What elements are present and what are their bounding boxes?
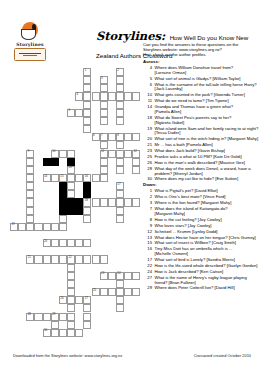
clue-text: Where does William Donohue travel from? … bbox=[155, 66, 260, 75]
black-cell bbox=[75, 207, 83, 215]
grid-clue-number: 25 bbox=[93, 289, 96, 292]
grid-cell[interactable] bbox=[83, 92, 91, 100]
footer-download-note: Downloaded from the Storylines website: … bbox=[13, 353, 122, 358]
grid-clue-number: 8 bbox=[117, 134, 119, 137]
grid-cell[interactable] bbox=[67, 280, 75, 288]
clue-author: [Gavin Bishop] bbox=[197, 148, 225, 153]
clue-number: 9 bbox=[143, 224, 155, 229]
grid-clue-number: 4 bbox=[77, 93, 79, 96]
grid-clue-number: 2 bbox=[117, 69, 119, 72]
grid-cell[interactable] bbox=[26, 190, 34, 198]
grid-clue-number: 16 bbox=[85, 175, 88, 178]
grid-cell[interactable] bbox=[67, 239, 75, 247]
grid-clue-number: 5 bbox=[68, 109, 70, 112]
grid-clue-number: 7 bbox=[101, 134, 103, 137]
grid-cell[interactable] bbox=[116, 150, 124, 158]
grid-cell[interactable] bbox=[59, 313, 67, 321]
grid-cell[interactable] bbox=[75, 239, 83, 247]
grid-cell[interactable] bbox=[116, 207, 124, 215]
clue-text: Tiny Miss Dott has an umbrella which is … bbox=[155, 247, 260, 256]
grid-cell[interactable] bbox=[83, 101, 91, 109]
clue-author: [Kate De Goldi] bbox=[212, 154, 242, 159]
grid-cell[interactable]: 20 bbox=[43, 239, 51, 247]
grid-cell[interactable]: 24 bbox=[116, 272, 124, 280]
grid-cell[interactable] bbox=[124, 288, 132, 296]
grid-cell[interactable] bbox=[59, 255, 67, 263]
grid-clue-number: 21 bbox=[28, 256, 31, 259]
grid-cell[interactable] bbox=[75, 109, 83, 117]
clue-number: 7 bbox=[143, 207, 155, 216]
grid-cell[interactable] bbox=[67, 313, 75, 321]
grid-cell[interactable] bbox=[59, 215, 67, 223]
grid-cell[interactable] bbox=[59, 239, 67, 247]
grid-cell[interactable] bbox=[100, 101, 108, 109]
grid-cell[interactable]: 11 bbox=[100, 150, 108, 158]
black-cell bbox=[67, 207, 75, 215]
black-cell bbox=[59, 190, 67, 198]
logo-caption-line bbox=[19, 53, 41, 54]
grid-cell[interactable] bbox=[92, 255, 100, 263]
logo-caption-box bbox=[14, 48, 46, 61]
grid-clue-number: 23 bbox=[101, 272, 104, 275]
clue-text: What is the name of Henry's rugby league… bbox=[155, 276, 260, 285]
grid-cell[interactable] bbox=[108, 288, 116, 296]
clue-author: [Craig Smith] bbox=[211, 240, 236, 245]
across-clue: 28What day of the week does Denzil, a wi… bbox=[143, 167, 259, 176]
grid-cell[interactable]: 7 bbox=[100, 133, 108, 141]
grid-cell[interactable] bbox=[26, 198, 34, 206]
clue-number: 14 bbox=[143, 105, 155, 114]
black-cell bbox=[51, 158, 59, 166]
black-cell bbox=[67, 198, 75, 206]
grid-cell[interactable] bbox=[34, 313, 42, 321]
grid-cell[interactable]: 9 bbox=[26, 150, 34, 158]
grid-cell[interactable] bbox=[51, 255, 59, 263]
grid-cell[interactable] bbox=[92, 92, 100, 100]
clue-number: 2 bbox=[143, 195, 155, 200]
grid-cell[interactable] bbox=[116, 92, 124, 100]
grid-cell[interactable] bbox=[83, 117, 91, 125]
grid-cell[interactable] bbox=[83, 84, 91, 92]
clue-author: [David Elliot] bbox=[193, 188, 217, 193]
grid-cell[interactable] bbox=[67, 329, 75, 337]
grid-cell[interactable] bbox=[116, 101, 124, 109]
clue-author: [Sandra Morris] bbox=[205, 257, 235, 262]
grid-cell[interactable] bbox=[116, 141, 124, 149]
clue-number: 12 bbox=[143, 230, 155, 235]
grid-cell[interactable] bbox=[83, 255, 91, 263]
grid-cell[interactable] bbox=[59, 223, 67, 231]
grid-cell[interactable] bbox=[26, 215, 34, 223]
black-cell bbox=[59, 207, 67, 215]
grid-cell[interactable] bbox=[83, 76, 91, 84]
clue-text: What island were Sam and her family raci… bbox=[155, 127, 260, 136]
clue-author: [Lynley Dodd] bbox=[191, 229, 218, 234]
grid-cell[interactable] bbox=[75, 329, 83, 337]
grid-cell[interactable] bbox=[100, 117, 108, 125]
clue-text: What does the island of Kaitangata do? [… bbox=[155, 207, 260, 216]
down-clue: 16Tiny Miss Dott has an umbrella which i… bbox=[143, 247, 259, 256]
clue-text: Where does Peter Cotterill live? [David … bbox=[155, 286, 260, 291]
grid-cell[interactable] bbox=[75, 255, 83, 263]
clue-author: [Joy Cowley] bbox=[197, 217, 222, 222]
grid-cell[interactable] bbox=[100, 84, 108, 92]
clue-author: [Margaret Mahy] bbox=[200, 200, 232, 205]
black-cell bbox=[59, 198, 67, 206]
grid-clue-number: 1 bbox=[85, 69, 87, 72]
grid-cell[interactable] bbox=[26, 207, 34, 215]
clue-text: What is the surname of the tall-tale tel… bbox=[155, 83, 260, 92]
grid-cell[interactable] bbox=[100, 109, 108, 117]
grid-clue-number: 10 bbox=[52, 150, 55, 153]
grid-cell[interactable] bbox=[92, 198, 100, 206]
grid-cell[interactable] bbox=[116, 158, 124, 166]
down-clue-list: 1What is Pigtail's pet? [David Elliot]2W… bbox=[143, 189, 259, 291]
grid-cell[interactable]: 28 bbox=[26, 313, 34, 321]
grid-cell[interactable]: 18 bbox=[83, 198, 91, 206]
grid-cell[interactable] bbox=[100, 92, 108, 100]
grid-cell[interactable] bbox=[132, 288, 140, 296]
black-cell bbox=[59, 182, 67, 190]
grid-clue-number: 19 bbox=[11, 223, 14, 226]
grid-cell[interactable] bbox=[75, 296, 83, 304]
grid-cell[interactable] bbox=[26, 223, 34, 231]
grid-cell[interactable] bbox=[67, 288, 75, 296]
crossword-page: Storylines Storylines: How Well Do you K… bbox=[0, 0, 264, 373]
clue-text: What day of the week does Denzil, a wiza… bbox=[155, 167, 260, 176]
clue-author: [Maurice Gee] bbox=[217, 160, 244, 165]
grid-cell[interactable] bbox=[116, 84, 124, 92]
clue-author: [Pamela Allen] bbox=[185, 142, 213, 147]
grid-clue-number: 29 bbox=[52, 313, 55, 316]
clue-author: [Margaret Mahy] bbox=[155, 211, 186, 216]
grid-cell[interactable] bbox=[43, 255, 51, 263]
grid-clue-number: 12 bbox=[134, 150, 137, 153]
grid-cell[interactable]: 3 bbox=[100, 76, 108, 84]
grid-cell[interactable]: 16 bbox=[83, 174, 91, 182]
grid-cell[interactable] bbox=[34, 223, 42, 231]
clue-author: [Ngāreta Gabel] bbox=[155, 120, 185, 125]
grid-cell[interactable]: 12 bbox=[132, 150, 140, 158]
grid-cell[interactable] bbox=[67, 304, 75, 312]
grid-cell[interactable] bbox=[132, 158, 140, 166]
clue-author: [David Hill] bbox=[213, 285, 234, 290]
grid-cell[interactable] bbox=[83, 239, 91, 247]
clue-text: What do Sweet Pea's parents say to her? … bbox=[155, 116, 260, 125]
clue-author: [Margaret Mahy] bbox=[226, 136, 258, 141]
grid-cell[interactable]: 6 bbox=[92, 133, 100, 141]
hint-text: Hint: check out the author profiles. bbox=[143, 53, 259, 58]
grid-cell[interactable] bbox=[116, 304, 124, 312]
across-clue: 4Where does William Donohue travel from?… bbox=[143, 66, 259, 75]
grid-cell[interactable] bbox=[116, 280, 124, 288]
clue-number: 28 bbox=[143, 167, 155, 176]
grid-cell[interactable] bbox=[67, 264, 75, 272]
grid-cell[interactable] bbox=[116, 215, 124, 223]
grid-cell[interactable] bbox=[51, 223, 59, 231]
grid-cell[interactable]: 2 bbox=[116, 68, 124, 76]
grid-cell[interactable] bbox=[67, 272, 75, 280]
across-clue: 19What island were Sam and her family ra… bbox=[143, 127, 259, 136]
clue-author: [Pamela Allen] bbox=[155, 109, 182, 114]
grid-cell[interactable] bbox=[43, 313, 51, 321]
grid-cell[interactable] bbox=[116, 198, 124, 206]
grid-cell[interactable] bbox=[124, 198, 132, 206]
clue-author: [Eve Sutton] bbox=[214, 176, 238, 181]
down-clue: 29Where does Peter Cotterill live? [Davi… bbox=[143, 286, 259, 291]
clue-author: [Lorraine Orman] bbox=[155, 70, 187, 75]
clue-author: [Gwenda Turner] bbox=[212, 92, 244, 97]
footer-created-note: Crossword created October 2010 bbox=[194, 353, 251, 358]
grid-cell[interactable]: 23 bbox=[100, 272, 108, 280]
clue-author: [Vince Ford] bbox=[202, 194, 226, 199]
grid-clue-number: 9 bbox=[28, 150, 30, 153]
grid-cell[interactable] bbox=[18, 223, 26, 231]
clue-author: [Brian Falkner] bbox=[167, 280, 195, 285]
clue-number: 22 bbox=[143, 264, 155, 269]
grid-cell[interactable] bbox=[116, 117, 124, 125]
grid-clue-number: 11 bbox=[101, 150, 104, 153]
clue-number: 19 bbox=[143, 127, 155, 136]
logo-open-book-shape bbox=[21, 29, 36, 40]
black-cell bbox=[43, 158, 51, 166]
clues-column: Can you find the answers to these questi… bbox=[143, 43, 259, 292]
grid-clue-number: 17 bbox=[117, 183, 120, 186]
clue-number: 27 bbox=[143, 276, 155, 285]
grid-cell[interactable] bbox=[132, 166, 140, 174]
clue-number: 1 bbox=[143, 189, 155, 194]
grid-clue-number: 13 bbox=[68, 166, 71, 169]
grid-cell[interactable] bbox=[132, 272, 140, 280]
grid-cell[interactable]: 14 bbox=[43, 174, 51, 182]
grid-cell[interactable] bbox=[26, 174, 34, 182]
grid-cell[interactable] bbox=[83, 109, 91, 117]
grid-cell[interactable] bbox=[124, 133, 132, 141]
grid-clue-number: 27 bbox=[85, 297, 88, 300]
black-cell bbox=[83, 182, 91, 190]
clue-author: [Joy Cowley] bbox=[187, 223, 212, 228]
grid-cell[interactable] bbox=[116, 76, 124, 84]
clue-author: [Tessa Duder] bbox=[155, 130, 181, 135]
grid-cell[interactable] bbox=[26, 182, 34, 190]
grid-cell[interactable] bbox=[51, 239, 59, 247]
grid-cell[interactable] bbox=[132, 133, 140, 141]
grid-cell[interactable] bbox=[116, 109, 124, 117]
grid-cell[interactable] bbox=[26, 166, 34, 174]
clue-number: 26 bbox=[143, 161, 155, 166]
clue-author: [Chris Gurney] bbox=[228, 235, 256, 240]
logo-bird-shape bbox=[32, 24, 36, 30]
grid-cell[interactable] bbox=[108, 272, 116, 280]
clue-author: [Sherryl Jordan] bbox=[172, 171, 203, 176]
grid-cell[interactable] bbox=[100, 166, 108, 174]
grid-cell[interactable] bbox=[100, 174, 108, 182]
clue-number: 3 bbox=[143, 201, 155, 206]
down-clue: 7What does the island of Kaitangata do? … bbox=[143, 207, 259, 216]
clue-author: [William Taylor] bbox=[211, 76, 240, 81]
grid-cell[interactable] bbox=[116, 190, 124, 198]
clue-number: 4 bbox=[143, 66, 155, 75]
grid-cell[interactable]: 21 bbox=[26, 255, 34, 263]
grid-cell[interactable] bbox=[51, 321, 59, 329]
grid-cell[interactable] bbox=[51, 329, 59, 337]
storylines-logo: Storylines bbox=[12, 20, 48, 70]
storylines-logo-icon bbox=[19, 20, 41, 42]
across-clue: 30Where does my cat like to hide? [Eve S… bbox=[143, 177, 259, 182]
across-clue: 14Grandpa and Thomas have a green what? … bbox=[143, 105, 259, 114]
grid-cell[interactable] bbox=[83, 207, 91, 215]
grid-cell[interactable]: 19 bbox=[10, 223, 18, 231]
grid-cell[interactable] bbox=[67, 296, 75, 304]
clue-author: [Tim Tipene] bbox=[205, 98, 229, 103]
grid-cell[interactable] bbox=[108, 133, 116, 141]
grid-cell[interactable] bbox=[116, 288, 124, 296]
grid-cell[interactable] bbox=[100, 198, 108, 206]
clue-number: 18 bbox=[143, 116, 155, 125]
grid-cell[interactable] bbox=[116, 166, 124, 174]
grid-cell[interactable] bbox=[124, 150, 132, 158]
grid-cell[interactable]: 1 bbox=[83, 68, 91, 76]
grid-cell[interactable]: 13 bbox=[67, 166, 75, 174]
grid-cell[interactable] bbox=[100, 158, 108, 166]
grid-cell[interactable] bbox=[67, 190, 75, 198]
clue-number: 25 bbox=[143, 155, 155, 160]
grid-cell[interactable] bbox=[116, 296, 124, 304]
grid-clue-number: 3 bbox=[101, 77, 103, 80]
grid-cell[interactable] bbox=[67, 150, 75, 158]
logo-wordmark: Storylines bbox=[12, 42, 48, 47]
grid-cell[interactable] bbox=[83, 321, 91, 329]
grid-cell[interactable]: 4 bbox=[75, 92, 83, 100]
clue-text: Grandpa and Thomas have a green what? [P… bbox=[155, 105, 260, 114]
clue-number: 5 bbox=[143, 77, 155, 82]
grid-cell[interactable]: 30 bbox=[43, 329, 51, 337]
clue-number: 24 bbox=[143, 270, 155, 275]
grid-cell[interactable] bbox=[43, 223, 51, 231]
grid-cell[interactable] bbox=[51, 174, 59, 182]
grid-clue-number: 20 bbox=[44, 240, 47, 243]
grid-cell[interactable] bbox=[132, 198, 140, 206]
grid-cell[interactable]: 5 bbox=[67, 109, 75, 117]
down-clue: 27What is the name of Henry's rugby leag… bbox=[143, 276, 259, 285]
grid-cell[interactable]: 29 bbox=[51, 313, 59, 321]
grid-cell[interactable] bbox=[67, 174, 75, 182]
grid-cell[interactable] bbox=[108, 198, 116, 206]
clue-number: 6 bbox=[143, 83, 155, 92]
grid-cell[interactable] bbox=[83, 125, 91, 133]
grid-cell[interactable] bbox=[59, 329, 67, 337]
grid-cell[interactable] bbox=[67, 182, 75, 190]
black-cell bbox=[75, 198, 83, 206]
grid-cell[interactable] bbox=[34, 255, 42, 263]
grid-cell[interactable] bbox=[132, 92, 140, 100]
clue-text: Where does my cat like to hide? [Eve Sut… bbox=[155, 177, 260, 182]
grid-cell[interactable]: 22 bbox=[67, 255, 75, 263]
clue-number: 29 bbox=[143, 286, 155, 291]
logo-caption-line bbox=[23, 55, 37, 56]
grid-clue-number: 22 bbox=[68, 256, 71, 259]
grid-cell[interactable] bbox=[124, 92, 132, 100]
crossword-grid: 1234567891011121314151617181920212223242… bbox=[10, 68, 144, 340]
grid-cell[interactable]: 26 bbox=[59, 296, 67, 304]
grid-cell[interactable] bbox=[67, 321, 75, 329]
grid-cell[interactable]: 17 bbox=[116, 182, 124, 190]
grid-cell[interactable]: 27 bbox=[83, 296, 91, 304]
across-clue: 6What is the surname of the tall-tale te… bbox=[143, 83, 259, 92]
brand-name: Storylines: bbox=[96, 29, 165, 43]
grid-cell[interactable]: 8 bbox=[116, 133, 124, 141]
grid-clue-number: 26 bbox=[60, 297, 63, 300]
grid-cell[interactable]: 10 bbox=[51, 150, 59, 158]
clue-author: [Jack Lasenby] bbox=[155, 86, 183, 91]
grid-cell[interactable] bbox=[124, 272, 132, 280]
grid-clue-number: 14 bbox=[44, 175, 47, 178]
grid-cell[interactable] bbox=[59, 150, 67, 158]
grid-clue-number: 28 bbox=[28, 313, 31, 316]
grid-cell[interactable] bbox=[83, 304, 91, 312]
grid-cell[interactable] bbox=[83, 313, 91, 321]
grid-cell[interactable]: 15 bbox=[59, 174, 67, 182]
clue-author: [Michelle Osment] bbox=[155, 251, 189, 256]
grid-cell[interactable] bbox=[26, 158, 34, 166]
clue-number: 8 bbox=[143, 218, 155, 223]
grid-clue-number: 15 bbox=[60, 175, 63, 178]
intro-text: Can you find the answers to these questi… bbox=[143, 43, 247, 52]
grid-clue-number: 24 bbox=[117, 272, 120, 275]
clue-author: [Ken Catran] bbox=[199, 269, 224, 274]
grid-clue-number: 6 bbox=[93, 134, 95, 137]
grid-cell[interactable] bbox=[92, 174, 100, 182]
across-clue: 18What do Sweet Pea's parents say to her… bbox=[143, 116, 259, 125]
across-clue-list: 4Where does William Donohue travel from?… bbox=[143, 66, 259, 182]
clue-author: [Gaelyn Gordon] bbox=[226, 263, 258, 268]
grid-cell[interactable]: 25 bbox=[92, 288, 100, 296]
grid-cell[interactable] bbox=[75, 174, 83, 182]
grid-cell[interactable] bbox=[100, 255, 108, 263]
grid-cell[interactable] bbox=[108, 92, 116, 100]
grid-clue-number: 18 bbox=[85, 199, 88, 202]
clue-number: 16 bbox=[143, 247, 155, 256]
grid-cell[interactable] bbox=[100, 288, 108, 296]
grid-cell[interactable] bbox=[108, 150, 116, 158]
grid-cell[interactable] bbox=[83, 215, 91, 223]
grid-clue-number: 30 bbox=[44, 329, 47, 332]
